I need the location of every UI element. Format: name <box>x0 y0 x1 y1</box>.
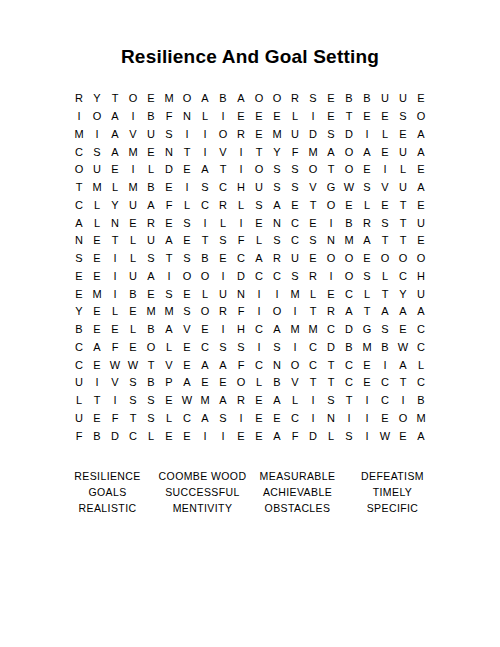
grid-cell-r8c20[interactable]: U <box>412 214 430 232</box>
grid-cell-r11c11[interactable]: C <box>250 268 268 286</box>
grid-cell-r17c2[interactable]: I <box>88 374 106 392</box>
grid-cell-r7c17[interactable]: L <box>358 197 376 215</box>
grid-cell-r19c8[interactable]: A <box>196 410 214 428</box>
grid-cell-r4c6[interactable]: N <box>160 143 178 161</box>
word-search-grid[interactable]: RYTOEMOABAOORSEBBUUEIOAIBFNLIEEELIETEESO… <box>70 90 430 445</box>
grid-cell-r5c8[interactable]: A <box>196 161 214 179</box>
grid-cell-r17c12[interactable]: B <box>268 374 286 392</box>
grid-cell-r20c9[interactable]: I <box>214 427 232 445</box>
grid-cell-r17c18[interactable]: C <box>376 374 394 392</box>
grid-cell-r6c18[interactable]: V <box>376 179 394 197</box>
grid-cell-r4c8[interactable]: I <box>196 143 214 161</box>
grid-cell-r13c14[interactable]: T <box>304 303 322 321</box>
grid-cell-r3c19[interactable]: E <box>394 126 412 144</box>
grid-cell-r11c7[interactable]: O <box>178 268 196 286</box>
grid-cell-r10c19[interactable]: O <box>394 250 412 268</box>
grid-cell-r7c11[interactable]: S <box>250 197 268 215</box>
grid-cell-r1c15[interactable]: E <box>322 90 340 108</box>
grid-cell-r7c2[interactable]: L <box>88 197 106 215</box>
grid-cell-r15c17[interactable]: M <box>358 339 376 357</box>
grid-cell-r18c1[interactable]: L <box>70 392 88 410</box>
grid-cell-r7c9[interactable]: R <box>214 197 232 215</box>
grid-cell-r19c7[interactable]: C <box>178 410 196 428</box>
grid-cell-r20c4[interactable]: C <box>124 427 142 445</box>
grid-cell-r19c18[interactable]: E <box>376 410 394 428</box>
grid-cell-r5c14[interactable]: O <box>304 161 322 179</box>
grid-cell-r1c8[interactable]: A <box>196 90 214 108</box>
grid-cell-r11c3[interactable]: I <box>106 268 124 286</box>
grid-cell-r2c15[interactable]: E <box>322 108 340 126</box>
grid-cell-r3c15[interactable]: S <box>322 126 340 144</box>
grid-cell-r1c4[interactable]: O <box>124 90 142 108</box>
grid-cell-r16c19[interactable]: A <box>394 356 412 374</box>
grid-cell-r8c10[interactable]: I <box>232 214 250 232</box>
grid-cell-r4c5[interactable]: E <box>142 143 160 161</box>
grid-cell-r9c1[interactable]: N <box>70 232 88 250</box>
grid-cell-r12c15[interactable]: E <box>322 285 340 303</box>
grid-cell-r15c5[interactable]: O <box>142 339 160 357</box>
grid-cell-r18c10[interactable]: R <box>232 392 250 410</box>
grid-cell-r11c19[interactable]: C <box>394 268 412 286</box>
grid-cell-r6c12[interactable]: S <box>268 179 286 197</box>
grid-cell-r3c9[interactable]: O <box>214 126 232 144</box>
grid-cell-r10c2[interactable]: E <box>88 250 106 268</box>
grid-cell-r15c14[interactable]: C <box>304 339 322 357</box>
grid-cell-r16c6[interactable]: V <box>160 356 178 374</box>
grid-cell-r9c13[interactable]: C <box>286 232 304 250</box>
grid-cell-r9c19[interactable]: T <box>394 232 412 250</box>
grid-cell-r10c11[interactable]: A <box>250 250 268 268</box>
grid-cell-r12c8[interactable]: L <box>196 285 214 303</box>
grid-cell-r7c4[interactable]: U <box>124 197 142 215</box>
grid-cell-r15c2[interactable]: A <box>88 339 106 357</box>
grid-cell-r18c4[interactable]: S <box>124 392 142 410</box>
grid-cell-r15c8[interactable]: C <box>196 339 214 357</box>
grid-cell-r13c15[interactable]: R <box>322 303 340 321</box>
grid-cell-r4c13[interactable]: F <box>286 143 304 161</box>
grid-cell-r10c1[interactable]: S <box>70 250 88 268</box>
grid-cell-r1c20[interactable]: E <box>412 90 430 108</box>
grid-cell-r9c8[interactable]: T <box>196 232 214 250</box>
grid-cell-r13c16[interactable]: A <box>340 303 358 321</box>
grid-cell-r14c19[interactable]: E <box>394 321 412 339</box>
grid-cell-r12c1[interactable]: E <box>70 285 88 303</box>
grid-cell-r7c12[interactable]: A <box>268 197 286 215</box>
grid-cell-r4c16[interactable]: O <box>340 143 358 161</box>
grid-cell-r2c13[interactable]: L <box>286 108 304 126</box>
grid-cell-r6c11[interactable]: U <box>250 179 268 197</box>
grid-cell-r14c7[interactable]: V <box>178 321 196 339</box>
grid-cell-r18c8[interactable]: M <box>196 392 214 410</box>
grid-cell-r13c12[interactable]: O <box>268 303 286 321</box>
grid-cell-r6c16[interactable]: W <box>340 179 358 197</box>
grid-cell-r17c9[interactable]: E <box>214 374 232 392</box>
grid-cell-r11c1[interactable]: E <box>70 268 88 286</box>
grid-cell-r16c12[interactable]: N <box>268 356 286 374</box>
grid-cell-r20c5[interactable]: L <box>142 427 160 445</box>
grid-cell-r13c18[interactable]: A <box>376 303 394 321</box>
grid-cell-r19c13[interactable]: C <box>286 410 304 428</box>
grid-cell-r2c14[interactable]: I <box>304 108 322 126</box>
grid-cell-r8c7[interactable]: S <box>178 214 196 232</box>
grid-cell-r2c9[interactable]: I <box>214 108 232 126</box>
grid-cell-r15c19[interactable]: W <box>394 339 412 357</box>
grid-cell-r17c1[interactable]: U <box>70 374 88 392</box>
grid-cell-r10c9[interactable]: E <box>214 250 232 268</box>
grid-cell-r16c10[interactable]: F <box>232 356 250 374</box>
grid-cell-r16c20[interactable]: L <box>412 356 430 374</box>
grid-cell-r7c8[interactable]: C <box>196 197 214 215</box>
grid-cell-r15c11[interactable]: I <box>250 339 268 357</box>
grid-cell-r17c13[interactable]: V <box>286 374 304 392</box>
grid-cell-r11c16[interactable]: O <box>340 268 358 286</box>
grid-cell-r11c10[interactable]: D <box>232 268 250 286</box>
grid-cell-r2c17[interactable]: E <box>358 108 376 126</box>
grid-cell-r15c16[interactable]: B <box>340 339 358 357</box>
grid-cell-r14c10[interactable]: H <box>232 321 250 339</box>
grid-cell-r17c8[interactable]: E <box>196 374 214 392</box>
grid-cell-r13c4[interactable]: E <box>124 303 142 321</box>
grid-cell-r5c10[interactable]: I <box>232 161 250 179</box>
grid-cell-r12c16[interactable]: C <box>340 285 358 303</box>
grid-cell-r10c12[interactable]: R <box>268 250 286 268</box>
grid-cell-r14c11[interactable]: C <box>250 321 268 339</box>
grid-cell-r11c12[interactable]: C <box>268 268 286 286</box>
grid-cell-r6c15[interactable]: G <box>322 179 340 197</box>
grid-cell-r8c1[interactable]: A <box>70 214 88 232</box>
grid-cell-r19c11[interactable]: E <box>250 410 268 428</box>
grid-cell-r19c17[interactable]: I <box>358 410 376 428</box>
grid-cell-r8c3[interactable]: N <box>106 214 124 232</box>
grid-cell-r2c6[interactable]: F <box>160 108 178 126</box>
grid-cell-r20c2[interactable]: B <box>88 427 106 445</box>
grid-cell-r4c19[interactable]: U <box>394 143 412 161</box>
grid-cell-r13c1[interactable]: Y <box>70 303 88 321</box>
grid-cell-r2c11[interactable]: E <box>250 108 268 126</box>
grid-cell-r4c18[interactable]: E <box>376 143 394 161</box>
grid-cell-r2c20[interactable]: O <box>412 108 430 126</box>
grid-cell-r17c14[interactable]: T <box>304 374 322 392</box>
grid-cell-r17c10[interactable]: O <box>232 374 250 392</box>
grid-cell-r3c1[interactable]: M <box>70 126 88 144</box>
grid-cell-r8c2[interactable]: L <box>88 214 106 232</box>
grid-cell-r18c9[interactable]: A <box>214 392 232 410</box>
grid-cell-r17c20[interactable]: C <box>412 374 430 392</box>
grid-cell-r7c14[interactable]: T <box>304 197 322 215</box>
grid-cell-r11c6[interactable]: I <box>160 268 178 286</box>
grid-cell-r14c12[interactable]: A <box>268 321 286 339</box>
grid-cell-r3c6[interactable]: S <box>160 126 178 144</box>
grid-cell-r14c8[interactable]: E <box>196 321 214 339</box>
grid-cell-r17c11[interactable]: L <box>250 374 268 392</box>
grid-cell-r17c7[interactable]: A <box>178 374 196 392</box>
grid-cell-r19c5[interactable]: S <box>142 410 160 428</box>
grid-cell-r15c10[interactable]: S <box>232 339 250 357</box>
grid-cell-r12c14[interactable]: L <box>304 285 322 303</box>
grid-cell-r3c4[interactable]: V <box>124 126 142 144</box>
grid-cell-r6c5[interactable]: B <box>142 179 160 197</box>
grid-cell-r12c12[interactable]: I <box>268 285 286 303</box>
grid-cell-r2c2[interactable]: O <box>88 108 106 126</box>
grid-cell-r12c5[interactable]: E <box>142 285 160 303</box>
grid-cell-r8c11[interactable]: E <box>250 214 268 232</box>
grid-cell-r2c7[interactable]: N <box>178 108 196 126</box>
grid-cell-r4c1[interactable]: C <box>70 143 88 161</box>
grid-cell-r12c17[interactable]: L <box>358 285 376 303</box>
grid-cell-r6c2[interactable]: M <box>88 179 106 197</box>
grid-cell-r13c6[interactable]: M <box>160 303 178 321</box>
grid-cell-r6c7[interactable]: I <box>178 179 196 197</box>
grid-cell-r18c7[interactable]: W <box>178 392 196 410</box>
grid-cell-r6c4[interactable]: M <box>124 179 142 197</box>
grid-cell-r4c9[interactable]: V <box>214 143 232 161</box>
grid-cell-r20c6[interactable]: E <box>160 427 178 445</box>
grid-cell-r9c4[interactable]: L <box>124 232 142 250</box>
grid-cell-r8c16[interactable]: B <box>340 214 358 232</box>
grid-cell-r9c2[interactable]: E <box>88 232 106 250</box>
grid-cell-r12c7[interactable]: E <box>178 285 196 303</box>
grid-cell-r12c13[interactable]: M <box>286 285 304 303</box>
grid-cell-r9c18[interactable]: T <box>376 232 394 250</box>
grid-cell-r13c19[interactable]: A <box>394 303 412 321</box>
grid-cell-r9c11[interactable]: L <box>250 232 268 250</box>
grid-cell-r5c13[interactable]: S <box>286 161 304 179</box>
grid-cell-r16c16[interactable]: C <box>340 356 358 374</box>
grid-cell-r10c16[interactable]: O <box>340 250 358 268</box>
grid-cell-r1c2[interactable]: Y <box>88 90 106 108</box>
grid-cell-r10c20[interactable]: O <box>412 250 430 268</box>
grid-cell-r1c6[interactable]: M <box>160 90 178 108</box>
grid-cell-r13c5[interactable]: M <box>142 303 160 321</box>
grid-cell-r12c2[interactable]: M <box>88 285 106 303</box>
grid-cell-r3c11[interactable]: E <box>250 126 268 144</box>
grid-cell-r13c20[interactable]: A <box>412 303 430 321</box>
grid-cell-r11c17[interactable]: S <box>358 268 376 286</box>
grid-cell-r13c11[interactable]: I <box>250 303 268 321</box>
grid-cell-r3c7[interactable]: I <box>178 126 196 144</box>
grid-cell-r15c18[interactable]: B <box>376 339 394 357</box>
grid-cell-r10c4[interactable]: L <box>124 250 142 268</box>
grid-cell-r11c13[interactable]: S <box>286 268 304 286</box>
grid-cell-r6c3[interactable]: L <box>106 179 124 197</box>
grid-cell-r13c2[interactable]: E <box>88 303 106 321</box>
grid-cell-r9c16[interactable]: M <box>340 232 358 250</box>
grid-cell-r6c6[interactable]: E <box>160 179 178 197</box>
grid-cell-r10c6[interactable]: T <box>160 250 178 268</box>
grid-cell-r9c6[interactable]: A <box>160 232 178 250</box>
grid-cell-r6c10[interactable]: H <box>232 179 250 197</box>
grid-cell-r8c5[interactable]: R <box>142 214 160 232</box>
grid-cell-r19c4[interactable]: T <box>124 410 142 428</box>
grid-cell-r5c15[interactable]: T <box>322 161 340 179</box>
grid-cell-r14c14[interactable]: M <box>304 321 322 339</box>
grid-cell-r12c3[interactable]: I <box>106 285 124 303</box>
grid-cell-r16c4[interactable]: W <box>124 356 142 374</box>
grid-cell-r18c5[interactable]: S <box>142 392 160 410</box>
grid-cell-r5c20[interactable]: E <box>412 161 430 179</box>
grid-cell-r20c13[interactable]: F <box>286 427 304 445</box>
grid-cell-r17c6[interactable]: P <box>160 374 178 392</box>
grid-cell-r3c3[interactable]: A <box>106 126 124 144</box>
grid-cell-r2c5[interactable]: B <box>142 108 160 126</box>
grid-cell-r5c3[interactable]: E <box>106 161 124 179</box>
grid-cell-r4c2[interactable]: S <box>88 143 106 161</box>
grid-cell-r9c3[interactable]: T <box>106 232 124 250</box>
grid-cell-r3c8[interactable]: I <box>196 126 214 144</box>
grid-cell-r6c20[interactable]: A <box>412 179 430 197</box>
grid-cell-r6c19[interactable]: U <box>394 179 412 197</box>
grid-cell-r15c9[interactable]: S <box>214 339 232 357</box>
grid-cell-r14c2[interactable]: E <box>88 321 106 339</box>
grid-cell-r5c6[interactable]: D <box>160 161 178 179</box>
grid-cell-r18c12[interactable]: A <box>268 392 286 410</box>
grid-cell-r11c8[interactable]: O <box>196 268 214 286</box>
grid-cell-r1c10[interactable]: A <box>232 90 250 108</box>
grid-cell-r15c12[interactable]: S <box>268 339 286 357</box>
grid-cell-r18c17[interactable]: I <box>358 392 376 410</box>
grid-cell-r11c18[interactable]: L <box>376 268 394 286</box>
grid-cell-r20c14[interactable]: D <box>304 427 322 445</box>
grid-cell-r13c3[interactable]: L <box>106 303 124 321</box>
grid-cell-r5c5[interactable]: L <box>142 161 160 179</box>
grid-cell-r8c9[interactable]: L <box>214 214 232 232</box>
grid-cell-r20c1[interactable]: F <box>70 427 88 445</box>
grid-cell-r5c11[interactable]: O <box>250 161 268 179</box>
grid-cell-r14c3[interactable]: E <box>106 321 124 339</box>
grid-cell-r7c1[interactable]: C <box>70 197 88 215</box>
grid-cell-r18c6[interactable]: E <box>160 392 178 410</box>
grid-cell-r2c1[interactable]: I <box>70 108 88 126</box>
grid-cell-r15c13[interactable]: I <box>286 339 304 357</box>
grid-cell-r18c19[interactable]: I <box>394 392 412 410</box>
grid-cell-r8c8[interactable]: I <box>196 214 214 232</box>
grid-cell-r19c9[interactable]: S <box>214 410 232 428</box>
grid-cell-r13c9[interactable]: R <box>214 303 232 321</box>
grid-cell-r5c19[interactable]: L <box>394 161 412 179</box>
grid-cell-r13c8[interactable]: O <box>196 303 214 321</box>
grid-cell-r10c13[interactable]: U <box>286 250 304 268</box>
grid-cell-r18c18[interactable]: C <box>376 392 394 410</box>
grid-cell-r15c6[interactable]: L <box>160 339 178 357</box>
grid-cell-r15c15[interactable]: D <box>322 339 340 357</box>
grid-cell-r20c15[interactable]: L <box>322 427 340 445</box>
grid-cell-r3c13[interactable]: U <box>286 126 304 144</box>
grid-cell-r16c11[interactable]: C <box>250 356 268 374</box>
grid-cell-r12c6[interactable]: S <box>160 285 178 303</box>
grid-cell-r1c17[interactable]: B <box>358 90 376 108</box>
grid-cell-r1c14[interactable]: S <box>304 90 322 108</box>
grid-cell-r15c20[interactable]: C <box>412 339 430 357</box>
grid-cell-r1c1[interactable]: R <box>70 90 88 108</box>
grid-cell-r3c5[interactable]: U <box>142 126 160 144</box>
grid-cell-r6c13[interactable]: S <box>286 179 304 197</box>
grid-cell-r9c10[interactable]: F <box>232 232 250 250</box>
grid-cell-r7c15[interactable]: O <box>322 197 340 215</box>
grid-cell-r12c9[interactable]: U <box>214 285 232 303</box>
grid-cell-r1c7[interactable]: O <box>178 90 196 108</box>
grid-cell-r16c7[interactable]: E <box>178 356 196 374</box>
grid-cell-r11c14[interactable]: R <box>304 268 322 286</box>
grid-cell-r14c20[interactable]: C <box>412 321 430 339</box>
grid-cell-r8c17[interactable]: R <box>358 214 376 232</box>
grid-cell-r18c11[interactable]: E <box>250 392 268 410</box>
grid-cell-r4c11[interactable]: T <box>250 143 268 161</box>
grid-cell-r9c9[interactable]: S <box>214 232 232 250</box>
grid-cell-r13c10[interactable]: F <box>232 303 250 321</box>
grid-cell-r3c14[interactable]: D <box>304 126 322 144</box>
grid-cell-r20c12[interactable]: A <box>268 427 286 445</box>
grid-cell-r7c19[interactable]: T <box>394 197 412 215</box>
grid-cell-r3c17[interactable]: I <box>358 126 376 144</box>
grid-cell-r19c16[interactable]: I <box>340 410 358 428</box>
grid-cell-r14c4[interactable]: L <box>124 321 142 339</box>
grid-cell-r5c1[interactable]: O <box>70 161 88 179</box>
grid-cell-r3c2[interactable]: I <box>88 126 106 144</box>
grid-cell-r12c18[interactable]: T <box>376 285 394 303</box>
grid-cell-r18c2[interactable]: T <box>88 392 106 410</box>
grid-cell-r19c19[interactable]: O <box>394 410 412 428</box>
grid-cell-r11c15[interactable]: I <box>322 268 340 286</box>
grid-cell-r9c17[interactable]: A <box>358 232 376 250</box>
grid-cell-r2c18[interactable]: E <box>376 108 394 126</box>
grid-cell-r10c10[interactable]: C <box>232 250 250 268</box>
grid-cell-r16c1[interactable]: C <box>70 356 88 374</box>
grid-cell-r9c14[interactable]: S <box>304 232 322 250</box>
grid-cell-r12c20[interactable]: U <box>412 285 430 303</box>
grid-cell-r16c18[interactable]: I <box>376 356 394 374</box>
grid-cell-r14c5[interactable]: B <box>142 321 160 339</box>
grid-cell-r17c16[interactable]: C <box>340 374 358 392</box>
grid-cell-r4c10[interactable]: I <box>232 143 250 161</box>
grid-cell-r15c7[interactable]: E <box>178 339 196 357</box>
grid-cell-r11c2[interactable]: E <box>88 268 106 286</box>
grid-cell-r6c14[interactable]: V <box>304 179 322 197</box>
grid-cell-r19c12[interactable]: E <box>268 410 286 428</box>
grid-cell-r15c3[interactable]: F <box>106 339 124 357</box>
grid-cell-r2c16[interactable]: T <box>340 108 358 126</box>
grid-cell-r13c7[interactable]: S <box>178 303 196 321</box>
grid-cell-r12c4[interactable]: B <box>124 285 142 303</box>
grid-cell-r4c3[interactable]: A <box>106 143 124 161</box>
grid-cell-r19c2[interactable]: E <box>88 410 106 428</box>
grid-cell-r17c19[interactable]: T <box>394 374 412 392</box>
grid-cell-r11c4[interactable]: U <box>124 268 142 286</box>
grid-cell-r18c13[interactable]: L <box>286 392 304 410</box>
grid-cell-r7c6[interactable]: F <box>160 197 178 215</box>
grid-cell-r11c5[interactable]: A <box>142 268 160 286</box>
grid-cell-r17c3[interactable]: V <box>106 374 124 392</box>
grid-cell-r16c5[interactable]: T <box>142 356 160 374</box>
grid-cell-r20c3[interactable]: D <box>106 427 124 445</box>
grid-cell-r11c9[interactable]: I <box>214 268 232 286</box>
grid-cell-r6c9[interactable]: C <box>214 179 232 197</box>
grid-cell-r13c13[interactable]: I <box>286 303 304 321</box>
grid-cell-r20c19[interactable]: E <box>394 427 412 445</box>
grid-cell-r8c19[interactable]: T <box>394 214 412 232</box>
grid-cell-r18c14[interactable]: I <box>304 392 322 410</box>
grid-cell-r8c12[interactable]: N <box>268 214 286 232</box>
grid-cell-r20c20[interactable]: A <box>412 427 430 445</box>
grid-cell-r10c17[interactable]: E <box>358 250 376 268</box>
grid-cell-r4c15[interactable]: A <box>322 143 340 161</box>
grid-cell-r16c2[interactable]: E <box>88 356 106 374</box>
grid-cell-r7c16[interactable]: E <box>340 197 358 215</box>
grid-cell-r17c17[interactable]: E <box>358 374 376 392</box>
grid-cell-r20c18[interactable]: W <box>376 427 394 445</box>
grid-cell-r9c15[interactable]: N <box>322 232 340 250</box>
grid-cell-r5c9[interactable]: T <box>214 161 232 179</box>
grid-cell-r20c8[interactable]: I <box>196 427 214 445</box>
